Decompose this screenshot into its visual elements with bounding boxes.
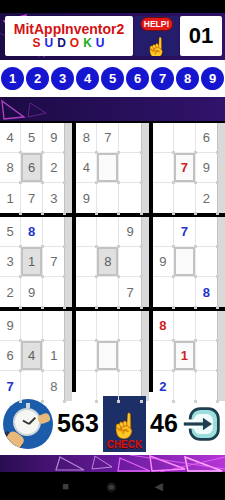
number-button-8[interactable]: 8 [176,67,199,90]
cell-r4c7[interactable] [153,217,174,247]
back-button[interactable]: ◀ [154,481,162,492]
cell-r3c8[interactable] [174,183,196,213]
thumb-shape [37,412,51,425]
cell-r8c2[interactable]: 4 [21,341,43,371]
cell-button[interactable]: 1 [174,341,195,370]
cell-r9c9[interactable] [196,371,217,401]
cell-r6c8[interactable] [174,277,196,307]
cell-r1c9[interactable]: 6 [196,123,217,153]
cell-r4c6[interactable]: 9 [119,217,140,247]
box-gutter [141,217,149,307]
cell-r2c8[interactable]: 7 [174,153,196,183]
box-5: 987 [76,217,148,307]
box-gutter [217,311,225,401]
cell-r5c8[interactable] [174,247,196,277]
app-subtitle: SUDOKU [31,37,107,50]
cell-r3c6[interactable] [119,183,140,213]
app-title: MitAppInventor2 [14,22,124,37]
box-7: 964178 [0,311,72,401]
cell-r2c4[interactable]: 4 [76,153,97,183]
cell-r5c5[interactable]: 8 [97,247,119,277]
cell-r9c6[interactable] [119,371,140,401]
number-button-9[interactable]: 9 [201,67,224,90]
cell-r6c5[interactable] [97,277,119,307]
cell-r6c4[interactable] [76,277,97,307]
cell-r1c4[interactable]: 8 [76,123,97,153]
sudoku-board: 459862173874967925831729987798964178812 [0,121,225,392]
exit-button[interactable] [182,402,222,446]
cell-r5c4[interactable] [76,247,97,277]
help-button[interactable]: HELP! ☝ [134,16,179,56]
moves-value: 46 [150,409,178,438]
box-gutter [64,217,72,307]
cell-r1c8[interactable] [174,123,196,153]
cell-r6c6[interactable]: 7 [119,277,140,307]
box-3: 6792 [153,123,225,213]
cell-button[interactable] [97,341,118,370]
bottom-decoration [0,455,225,472]
cell-r4c4[interactable] [76,217,97,247]
cell-r3c4[interactable]: 9 [76,183,97,213]
cell-r6c7[interactable] [153,277,174,307]
cell-button[interactable]: 8 [97,247,118,276]
cell-r8c6[interactable] [119,341,140,371]
app-screen: MitAppInventor2 SUDOKU HELP! ☝ 01 123456… [0,0,225,500]
cell-r8c3[interactable]: 1 [43,341,64,371]
cell-r2c7[interactable] [153,153,174,183]
box-4: 5831729 [0,217,72,307]
neon-decoration [0,97,225,121]
cell-r8c5[interactable] [97,341,119,371]
enter-arrow-icon [182,403,222,445]
cell-button[interactable]: 7 [174,153,195,182]
cell-r5c2[interactable]: 1 [21,247,43,277]
cell-r6c2[interactable]: 9 [21,277,43,307]
cell-button[interactable]: 1 [21,247,42,276]
stopwatch-icon [13,408,41,436]
cell-r9c7[interactable]: 2 [153,371,174,401]
box-gutter [141,123,149,213]
subtitle-letter: D [57,36,67,50]
box-gutter [217,123,225,213]
cell-r2c9[interactable]: 9 [196,153,217,183]
cell-r1c3[interactable]: 9 [43,123,64,153]
cell-r8c4[interactable] [76,341,97,371]
cell-r8c1[interactable]: 6 [0,341,21,371]
cell-r8c8[interactable]: 1 [174,341,196,371]
number-button-1[interactable]: 1 [1,67,24,90]
level-counter: 01 [180,16,222,56]
box-8 [76,311,148,401]
number-row: 123456789 [0,60,225,97]
timer-value: 563 [57,409,99,438]
cell-r4c5[interactable] [97,217,119,247]
number-button-2[interactable]: 2 [26,67,49,90]
bottom-bar: 563 ☝ CHECK 46 [0,392,225,455]
cell-r7c9[interactable] [196,311,217,341]
android-nav-bar: ■ ◉ ◀ [0,472,225,500]
cell-r6c9[interactable]: 8 [196,277,217,307]
cell-r3c5[interactable] [97,183,119,213]
cell-r5c9[interactable] [196,247,217,277]
cell-r7c5[interactable] [97,311,119,341]
pointing-hand-icon: ☝ [109,414,139,438]
cell-r4c8[interactable]: 7 [174,217,196,247]
number-button-3[interactable]: 3 [51,67,74,90]
cell-r2c1[interactable]: 8 [0,153,21,183]
cell-r2c5[interactable] [97,153,119,183]
header: MitAppInventor2 SUDOKU HELP! ☝ 01 [0,13,225,60]
number-button-5[interactable]: 5 [101,67,124,90]
subtitle-letter: S [32,36,41,50]
cell-r1c1[interactable]: 4 [0,123,21,153]
number-button-6[interactable]: 6 [126,67,149,90]
cell-button[interactable] [97,153,118,182]
cell-r3c2[interactable]: 7 [21,183,43,213]
cell-r7c7[interactable]: 8 [153,311,174,341]
timer-button[interactable] [3,399,53,449]
cell-r4c2[interactable]: 8 [21,217,43,247]
cell-button[interactable] [174,247,195,276]
cell-r8c9[interactable] [196,341,217,371]
cell-r4c3[interactable] [43,217,64,247]
cell-r7c6[interactable] [119,311,140,341]
cell-r1c2[interactable]: 5 [21,123,43,153]
box-gutter [64,123,72,213]
cell-r7c1[interactable]: 9 [0,311,21,341]
cell-r4c9[interactable] [196,217,217,247]
stopwatch-knob [26,403,30,408]
subtitle-letter: O [70,36,80,50]
cell-r5c3[interactable]: 7 [43,247,64,277]
cell-r3c7[interactable] [153,183,174,213]
box-gutter [217,217,225,307]
cell-r9c3[interactable]: 8 [43,371,64,401]
cell-r9c2[interactable] [21,371,43,401]
recents-button[interactable]: ■ [62,481,69,492]
cell-r3c3[interactable]: 3 [43,183,64,213]
cell-r1c7[interactable] [153,123,174,153]
home-button[interactable]: ◉ [107,481,117,492]
cell-r7c3[interactable] [43,311,64,341]
number-button-7[interactable]: 7 [151,67,174,90]
cell-r3c1[interactable]: 1 [0,183,21,213]
check-button[interactable]: ☝ CHECK [103,396,146,452]
cell-r2c3[interactable]: 2 [43,153,64,183]
status-bar [0,0,225,13]
box-2: 8749 [76,123,148,213]
subtitle-letter: U [44,36,54,50]
cell-r7c2[interactable] [21,311,43,341]
subtitle-letter: U [96,36,106,50]
cell-r5c6[interactable] [119,247,140,277]
box-gutter [141,311,149,401]
subtitle-letter: K [83,36,93,50]
cell-r9c4[interactable] [76,371,97,401]
cell-r7c8[interactable] [174,311,196,341]
cell-r1c5[interactable]: 7 [97,123,119,153]
cell-r1c6[interactable] [119,123,140,153]
help-label: HELP! [140,17,174,31]
cell-r6c3[interactable] [43,277,64,307]
cell-r7c4[interactable] [76,311,97,341]
title-card: MitAppInventor2 SUDOKU [5,16,133,56]
box-6: 798 [153,217,225,307]
check-label: CHECK [107,439,143,450]
cell-r8c7[interactable] [153,341,174,371]
cell-r5c7[interactable]: 9 [153,247,174,277]
cell-r9c8[interactable] [174,371,196,401]
pointing-hand-icon: ☝ [145,36,169,56]
cell-r3c9[interactable]: 2 [196,183,217,213]
box-1: 459862173 [0,123,72,213]
cell-r6c1[interactable]: 2 [0,277,21,307]
cell-button[interactable]: 4 [21,341,42,370]
cell-r9c1[interactable]: 7 [0,371,21,401]
neon-decoration [0,455,225,472]
cell-r2c2[interactable]: 6 [21,153,43,183]
cell-r9c5[interactable] [97,371,119,401]
box-gutter [64,311,72,401]
divider-band [0,97,225,121]
box-9: 812 [153,311,225,401]
cell-r2c6[interactable] [119,153,140,183]
cell-r5c1[interactable]: 3 [0,247,21,277]
number-button-4[interactable]: 4 [76,67,99,90]
cell-button[interactable]: 6 [21,153,42,182]
cell-r4c1[interactable]: 5 [0,217,21,247]
